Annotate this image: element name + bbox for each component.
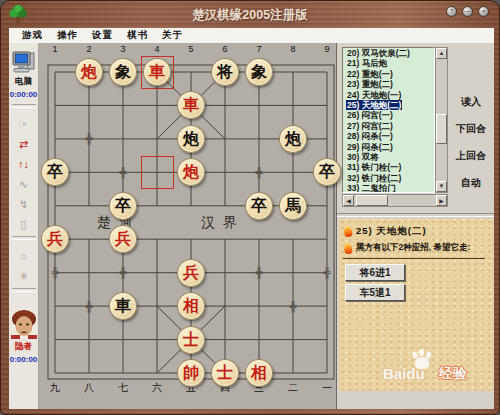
move-list-item[interactable]: 24) 天地炮(一) (343, 90, 434, 100)
move-list-item[interactable]: 33) 二鬼拍门 (343, 183, 434, 193)
scroll-up-button[interactable]: ▲ (436, 48, 447, 59)
piece-red[interactable]: 炮 (177, 158, 205, 186)
baidu-watermark: Baidu 经验 (383, 349, 491, 389)
player-label: 隐者 (15, 341, 32, 353)
horizontal-scroll-thumb[interactable] (356, 195, 388, 206)
window-help-button[interactable]: ? (446, 6, 457, 17)
move-list-item[interactable]: 20) 双马饮泉(二) (343, 48, 434, 58)
point-marker: ╬ (85, 133, 92, 144)
move-list-item[interactable]: 26) 闷宫(一) (343, 110, 434, 120)
piece-black[interactable]: 象 (109, 58, 137, 86)
suggested-move-button[interactable]: 将6进1 (345, 264, 405, 281)
piece-red[interactable]: 兵 (109, 225, 137, 253)
hint-separator (343, 258, 485, 259)
control-button[interactable]: 自动 (461, 176, 481, 190)
window-minimize-button[interactable]: — (462, 6, 473, 17)
piece-red[interactable]: 士 (211, 359, 239, 387)
last-move-highlight (141, 156, 174, 189)
computer-icon (12, 51, 36, 74)
point-marker: ╬ (51, 267, 58, 278)
player-avatar (11, 309, 37, 339)
move-list-item[interactable]: 23) 重炮(二) (343, 79, 434, 89)
left-toolbar: 电脑 0:00:00 ☞⇄↑↓∿↯▯○✳ 隐者 0:00:00 (9, 43, 39, 409)
hint-title: 25) 天地炮(二) (356, 225, 427, 238)
computer-timer: 0:00:00 (10, 90, 38, 99)
wave-icon[interactable]: ∿ (19, 178, 28, 191)
menu-item[interactable]: 棋书 (127, 29, 149, 42)
menu-item[interactable]: 游戏 (22, 29, 44, 42)
menu-bar: 游戏操作设置棋书关于 (9, 28, 494, 44)
point-marker: ╬ (289, 301, 296, 312)
control-buttons: 读入下回合上回合自动 (449, 95, 493, 203)
point-marker: ╬ (255, 167, 262, 178)
gear-flower-icon[interactable]: ✳ (19, 270, 28, 283)
piece-black[interactable]: 車 (109, 292, 137, 320)
menu-item[interactable]: 操作 (57, 29, 79, 42)
window-close-button[interactable]: × (478, 6, 489, 17)
piece-black[interactable]: 象 (245, 58, 273, 86)
point-marker: ╬ (119, 267, 126, 278)
piece-black[interactable]: 将 (211, 58, 239, 86)
vertical-scroll-thumb[interactable] (436, 114, 447, 144)
piece-red[interactable]: 炮 (75, 58, 103, 86)
point-marker: ╬ (85, 301, 92, 312)
panel-divider (337, 213, 494, 217)
piece-red[interactable]: 車 (177, 91, 205, 119)
file-label: 4 (140, 44, 174, 54)
right-panel: 20) 双马饮泉(二)21) 马后炮22) 重炮(一)23) 重炮(二)24) … (336, 43, 494, 409)
swap-sides-icon[interactable]: ⇄ (19, 138, 28, 151)
move-list-item[interactable]: 21) 马后炮 (343, 58, 434, 68)
piece-black[interactable]: 馬 (279, 192, 307, 220)
piece-red[interactable]: 兵 (41, 225, 69, 253)
computer-label: 电脑 (15, 76, 32, 88)
piece-black[interactable]: 卒 (109, 192, 137, 220)
app-window: 楚汉棋缘2005注册版 ?—× 游戏操作设置棋书关于 电脑 0:00:00 ☞⇄… (0, 0, 500, 415)
toolbar-icons: ☞⇄↑↓∿↯▯○✳ (12, 111, 36, 295)
file-label: 7 (242, 44, 276, 54)
file-label: 2 (72, 44, 106, 54)
hint-prompt: 黑方有以下2种应招, 希望它走: (356, 242, 470, 254)
scroll-down-button[interactable]: ▼ (436, 181, 447, 192)
move-list-item[interactable]: 32) 铁门栓(二) (343, 173, 434, 183)
move-list-item[interactable]: 30) 双将 (343, 152, 434, 162)
move-list-horizontal-scrollbar[interactable]: ◀ ▶ (342, 194, 448, 207)
pointer-hand-icon[interactable]: ☞ (19, 118, 29, 131)
flame-icon (343, 225, 353, 237)
move-list-vertical-scrollbar[interactable]: ▲ ▼ (435, 47, 448, 193)
sidebar-divider (12, 104, 36, 108)
control-button[interactable]: 下回合 (456, 122, 486, 136)
piece-black[interactable]: 炮 (279, 125, 307, 153)
move-list-item[interactable]: 25) 天地炮(二) (343, 100, 434, 110)
file-label: 3 (106, 44, 140, 54)
piece-red[interactable]: 相 (245, 359, 273, 387)
file-label: 6 (208, 44, 242, 54)
file-label: 5 (174, 44, 208, 54)
window-title: 楚汉棋缘2005注册版 (1, 7, 499, 24)
piece-red[interactable]: 帥 (177, 359, 205, 387)
opening-move-list[interactable]: 20) 双马饮泉(二)21) 马后炮22) 重炮(一)23) 重炮(二)24) … (342, 47, 435, 193)
baidu-brand-text: Baidu (383, 365, 425, 382)
move-list-item[interactable]: 31) 铁门栓(一) (343, 162, 434, 172)
hint-panel: 25) 天地炮(二) 黑方有以下2种应招, 希望它走: 将6进1车5退1 Bai… (339, 219, 493, 391)
piece-black[interactable]: 卒 (245, 192, 273, 220)
sidebar-divider (12, 288, 36, 292)
lightning-icon[interactable]: ↯ (19, 198, 28, 211)
piece-red[interactable]: 兵 (177, 259, 205, 287)
file-label: 8 (276, 44, 310, 54)
flame-icon (343, 242, 353, 254)
window-buttons: ?—× (446, 6, 489, 17)
hint-move-buttons: 将6进1车5退1 (345, 264, 405, 301)
control-button[interactable]: 读入 (461, 95, 481, 109)
file-label: 1 (38, 44, 72, 54)
move-list-item[interactable]: 22) 重炮(一) (343, 69, 434, 79)
document-icon[interactable]: ▯ (20, 218, 26, 231)
piece-red[interactable]: 相 (177, 292, 205, 320)
scroll-right-button[interactable]: ▶ (436, 195, 447, 206)
piece-black[interactable]: 炮 (177, 125, 205, 153)
title-bar: 楚汉棋缘2005注册版 ?—× (1, 1, 499, 28)
point-marker: ╬ (119, 167, 126, 178)
move-list-item[interactable]: 28) 闷杀(一) (343, 131, 434, 141)
xiangqi-board[interactable]: 123456789 九八七六五四三二一 楚河 汉界 ╬╬╬╬╬╬╬╬╬╬╬╬╬╬… (39, 43, 336, 409)
menu-item[interactable]: 关于 (162, 29, 184, 42)
piece-black[interactable]: 卒 (41, 158, 69, 186)
sidebar-divider (12, 236, 36, 240)
piece-red[interactable]: 車 (143, 58, 171, 86)
point-marker: ╬ (323, 267, 330, 278)
circle-icon[interactable]: ○ (20, 250, 27, 263)
player-timer: 0:00:00 (10, 355, 38, 364)
move-list-item[interactable]: 27) 闷宫(二) (343, 121, 434, 131)
board-grid[interactable]: ╬╬╬╬╬╬╬╬╬╬╬╬╬╬炮象車将象車炮炮卒炮卒卒卒馬兵兵兵車相士帥士相 (38, 55, 344, 389)
scroll-left-button[interactable]: ◀ (343, 195, 354, 206)
piece-red[interactable]: 士 (177, 326, 205, 354)
board-top-coordinates: 123456789 (38, 44, 344, 54)
move-list-item[interactable]: 29) 闷杀(二) (343, 142, 434, 152)
suggested-move-button[interactable]: 车5退1 (345, 284, 405, 301)
point-marker: ╬ (255, 267, 262, 278)
menu-item[interactable]: 设置 (92, 29, 114, 42)
control-button[interactable]: 上回合 (456, 149, 486, 163)
baidu-jingyan-text: 经验 (439, 365, 467, 383)
up-down-move-icon[interactable]: ↑↓ (18, 158, 29, 171)
